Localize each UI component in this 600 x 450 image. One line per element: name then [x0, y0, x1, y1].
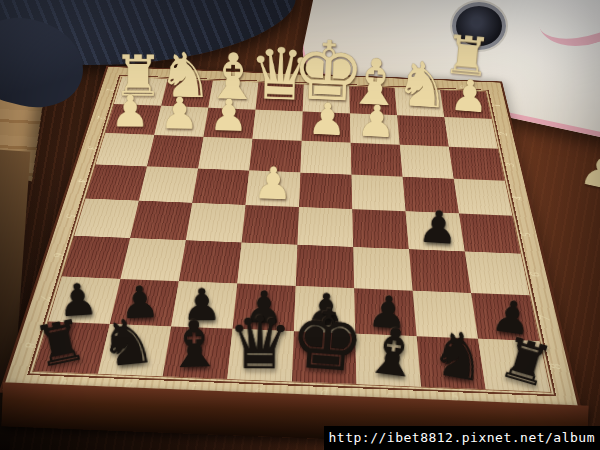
rank-label-right-3: 3	[484, 158, 537, 172]
piece-white-pawn-d2: ♟	[307, 97, 348, 142]
square-c8: ♝	[355, 334, 421, 387]
square-g2: ♟	[154, 106, 208, 137]
square-d2: ♟	[302, 112, 351, 143]
square-b2	[397, 115, 449, 146]
rank-label-right-6: 6	[506, 266, 567, 284]
watermark-url: http://ibet8812.pixnet.net/album	[324, 426, 600, 450]
square-c6	[353, 247, 412, 291]
square-b5: ♟	[406, 211, 465, 251]
square-e2	[253, 110, 303, 141]
piece-black-bishop-f8: ♝	[164, 311, 224, 377]
rank-label-left-2: 2	[75, 111, 127, 124]
piece-white-pawn-a1: ♟	[448, 73, 490, 119]
square-f2: ♟	[203, 108, 255, 139]
square-f6	[179, 240, 242, 283]
square-f4	[192, 168, 249, 204]
square-e6	[237, 242, 297, 285]
rank-label-left-5: 5	[40, 208, 99, 224]
rank-label-left-3: 3	[64, 141, 118, 155]
piece-white-pawn-e4: ♟	[252, 161, 293, 207]
square-f3	[198, 137, 252, 171]
piece-black-king-d8: ♚	[287, 297, 367, 385]
piece-black-bishop-c8: ♝	[360, 317, 426, 388]
square-f5	[186, 203, 246, 243]
square-g3	[147, 135, 203, 169]
square-g8: ♞	[98, 324, 171, 376]
piece-black-queen-e8: ♛	[227, 307, 293, 380]
rank-label-right-2: 2	[478, 128, 529, 141]
photo-scene: hgfedcba hgfedcba 12345678 12345678 ♜♞♝♛…	[0, 0, 600, 450]
square-g6	[120, 238, 185, 281]
piece-white-pawn-offboard: ♟	[576, 141, 600, 200]
square-c2: ♟	[350, 113, 400, 144]
square-c5	[352, 209, 409, 249]
square-g4	[139, 166, 198, 202]
square-d5	[297, 207, 353, 247]
square-d4	[299, 173, 352, 210]
square-e8: ♛	[227, 329, 294, 382]
chess-board: hgfedcba hgfedcba 12345678 12345678 ♜♞♝♛…	[0, 66, 583, 416]
square-d6	[296, 245, 354, 289]
piece-black-knight-g8: ♞	[96, 309, 158, 377]
piece-white-pawn-f2: ♟	[208, 93, 248, 138]
board-grid: ♜♞♝♛♚♝♞♟♟♟♟♟♟♟♟♟♟♟♟♟♟♟♜♞♝♛♚♝♞♜	[33, 77, 550, 392]
piece-white-pawn-h2: ♟	[110, 90, 149, 134]
square-d8: ♚	[292, 331, 357, 384]
piece-black-knight-b8: ♞	[426, 321, 492, 393]
square-e5	[242, 205, 299, 245]
square-b1: ♞	[395, 88, 445, 117]
square-b8: ♞	[417, 336, 486, 389]
rank-label-left-1: 1	[85, 84, 134, 96]
piece-white-pawn-c2: ♟	[356, 99, 398, 145]
square-d3	[300, 141, 351, 175]
rank-label-left-6: 6	[26, 247, 88, 265]
square-b6	[409, 249, 471, 293]
square-f8: ♝	[163, 326, 233, 379]
piece-white-pawn-g2: ♟	[159, 91, 199, 135]
rank-label-right-5: 5	[498, 226, 556, 242]
piece-black-pawn-b5: ♟	[417, 204, 460, 251]
square-g5	[130, 201, 192, 241]
square-c4	[351, 175, 405, 212]
piece-white-knight-b1: ♞	[393, 52, 452, 117]
rank-label-left-7: 7	[11, 288, 76, 307]
square-e4: ♟	[246, 171, 301, 208]
rank-label-right-1: 1	[473, 99, 522, 111]
rank-label-left-4: 4	[53, 173, 109, 188]
square-c3	[351, 143, 403, 177]
rank-label-right-7: 7	[514, 308, 578, 328]
rank-label-right-4: 4	[491, 191, 546, 206]
board-tilt-wrapper: hgfedcba hgfedcba 12345678 12345678 ♜♞♝♛…	[0, 0, 600, 450]
square-b3	[400, 145, 454, 179]
